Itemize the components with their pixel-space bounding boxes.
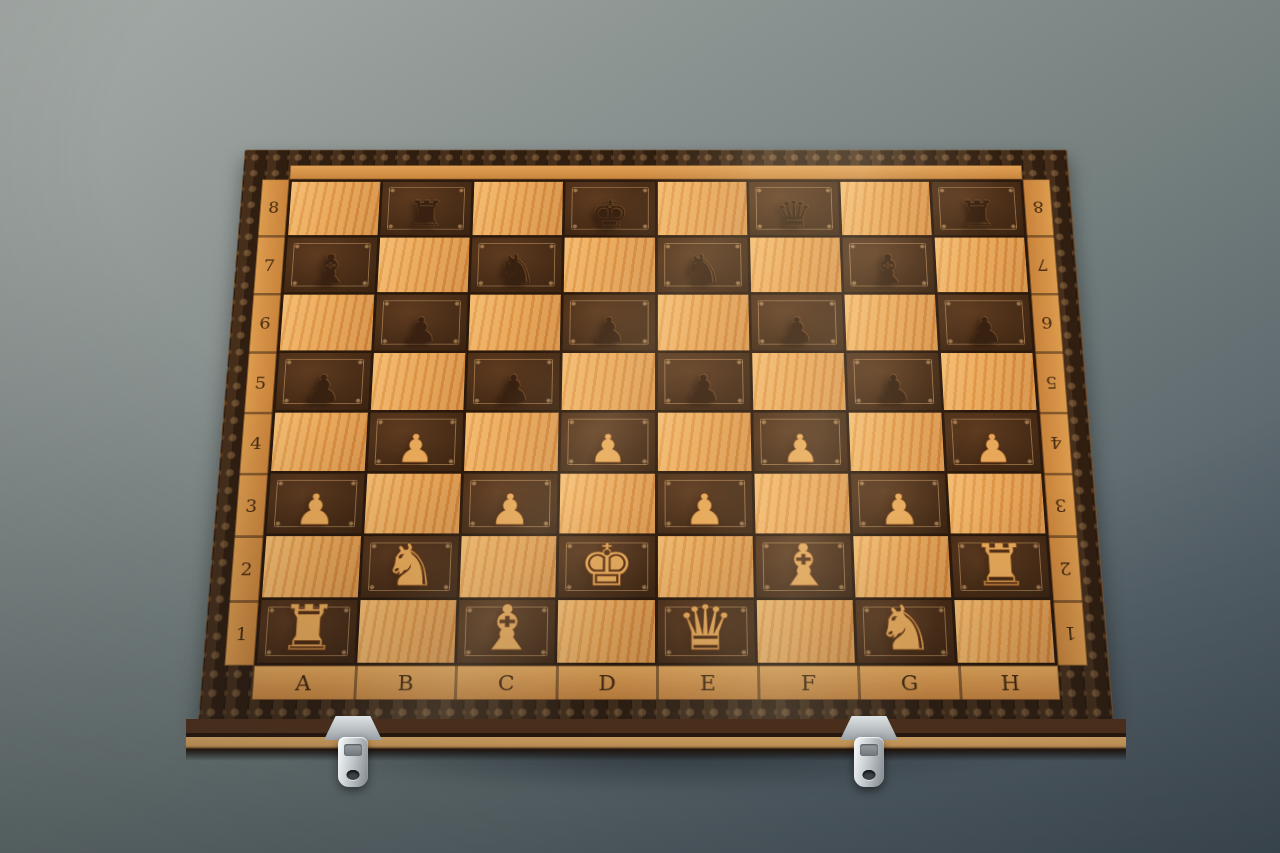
clasp-latch-tongue [338,737,368,787]
square-g5[interactable]: ♟ [846,353,941,410]
square-h2[interactable]: ♜ [951,536,1050,597]
square-e2[interactable] [657,536,753,597]
square-g3[interactable]: ♟ [851,474,948,534]
piece-black-pawn-d6[interactable]: ♟ [592,314,627,348]
square-e5[interactable]: ♟ [657,353,750,410]
square-b7[interactable] [377,238,470,293]
square-h1[interactable] [954,600,1054,663]
square-h7[interactable] [934,238,1028,293]
square-e6[interactable] [657,295,749,351]
rank-label-left-1: 1 [224,600,258,666]
piece-black-pawn-e5[interactable]: ♟ [685,371,722,408]
piece-white-pawn-e3[interactable]: ♟ [684,488,726,531]
square-e4[interactable] [657,413,751,471]
square-b3[interactable] [364,474,461,534]
square-h8[interactable]: ♜ [931,182,1023,235]
square-c5[interactable]: ♟ [466,353,560,410]
square-d4[interactable]: ♟ [561,413,655,471]
square-g4[interactable] [848,413,944,471]
piece-white-rook-h2[interactable]: ♜ [970,536,1029,594]
square-h5[interactable] [941,353,1037,410]
clasp-latch-tongue [854,737,884,787]
square-b2[interactable]: ♞ [361,536,459,597]
piece-white-pawn-f4[interactable]: ♟ [781,429,820,468]
square-f8[interactable]: ♛ [749,182,840,235]
chess-board: 87654321 ♜♚♛♜♝♞♞♝♟♟♟♟♟♟♟♟♟♟♟♟♟♟♟♟♞♚♝♜♜♝♛… [198,150,1114,722]
piece-white-pawn-a3[interactable]: ♟ [293,488,337,531]
piece-black-pawn-g5[interactable]: ♟ [875,371,913,408]
rank-label-left-3: 3 [235,473,269,536]
rank-label-right-glyph: 8 [1032,199,1044,217]
square-a6[interactable] [280,295,375,351]
square-d6[interactable]: ♟ [563,295,655,351]
piece-white-knight-b2[interactable]: ♞ [381,536,439,594]
square-h6[interactable]: ♟ [938,295,1033,351]
photo-stage: 87654321 ♜♚♛♜♝♞♞♝♟♟♟♟♟♟♟♟♟♟♟♟♟♟♟♟♞♚♝♜♜♝♛… [0,0,1280,853]
file-label-d: D [555,666,656,700]
square-h4[interactable]: ♟ [944,413,1041,471]
piece-white-rook-a1[interactable]: ♜ [276,597,339,660]
file-label-f: F [756,666,858,700]
rank-label-right-glyph: 5 [1045,373,1058,392]
file-label-c: C [454,666,556,700]
square-c7[interactable]: ♞ [471,238,563,293]
rank-label-right-glyph: 3 [1054,495,1067,515]
rank-label-right-glyph: 7 [1036,256,1048,274]
square-g6[interactable] [844,295,938,351]
piece-white-pawn-g3[interactable]: ♟ [878,488,921,531]
square-f2[interactable]: ♝ [755,536,852,597]
square-c3[interactable]: ♟ [462,474,558,534]
rank-label-left-4: 4 [239,411,272,472]
square-c8[interactable] [473,182,564,235]
rank-label-right-6: 6 [1031,293,1063,352]
board-squares: ♜♚♛♜♝♞♞♝♟♟♟♟♟♟♟♟♟♟♟♟♟♟♟♟♞♚♝♜♜♝♛♞ [254,179,1058,665]
rank-label-right-glyph: 6 [1041,314,1054,332]
piece-black-king-d8[interactable]: ♚ [591,196,629,233]
rank-label-left-5: 5 [244,351,277,411]
piece-black-knight-e7[interactable]: ♞ [682,250,723,290]
piece-black-rook-h8[interactable]: ♜ [958,196,998,233]
square-a4[interactable] [271,413,368,471]
rank-label-right-2: 2 [1048,535,1082,599]
square-f7[interactable] [750,238,842,293]
rank-label-right-7: 7 [1027,235,1059,292]
square-f4[interactable]: ♟ [753,413,848,471]
piece-white-pawn-c3[interactable]: ♟ [489,488,532,531]
rank-label-right-glyph: 1 [1064,624,1077,645]
piece-black-rook-b8[interactable]: ♜ [406,196,445,233]
piece-white-bishop-f2[interactable]: ♝ [775,536,832,594]
file-label-a: A [252,666,355,700]
rank-label-right-3: 3 [1044,473,1078,536]
rank-label-right-5: 5 [1035,351,1068,411]
square-a1[interactable]: ♜ [257,600,357,663]
square-g1[interactable]: ♞ [855,600,954,663]
file-labels: ABCDEFGH [252,666,1061,700]
piece-black-pawn-f6[interactable]: ♟ [780,314,815,348]
square-d8[interactable]: ♚ [565,182,655,235]
board-frame: 87654321 ♜♚♛♜♝♞♞♝♟♟♟♟♟♟♟♟♟♟♟♟♟♟♟♟♞♚♝♜♜♝♛… [198,150,1114,722]
file-label-g: G [857,666,959,700]
square-b1[interactable] [357,600,456,663]
rank-label-right-glyph: 4 [1050,434,1063,453]
piece-black-bishop-a7[interactable]: ♝ [309,250,352,290]
square-d2[interactable]: ♚ [559,536,655,597]
square-c1[interactable]: ♝ [457,600,555,663]
square-h3[interactable] [947,474,1045,534]
piece-black-pawn-c5[interactable]: ♟ [495,371,532,408]
square-c4[interactable] [464,413,559,471]
square-a7[interactable]: ♝ [284,238,378,293]
square-b8[interactable]: ♜ [380,182,472,235]
clasp-right[interactable] [840,716,898,787]
square-g2[interactable] [853,536,951,597]
square-g7[interactable]: ♝ [842,238,935,293]
piece-black-bishop-g7[interactable]: ♝ [867,250,909,290]
square-b6[interactable]: ♟ [374,295,468,351]
piece-white-knight-g1[interactable]: ♞ [874,597,936,660]
rank-label-right-glyph: 2 [1059,559,1072,579]
rank-label-left-7: 7 [253,235,285,292]
piece-white-bishop-c1[interactable]: ♝ [476,597,537,660]
square-d5[interactable] [562,353,655,410]
square-e8[interactable] [657,182,747,235]
square-f6[interactable]: ♟ [751,295,844,351]
piece-white-queen-e1[interactable]: ♛ [676,597,736,660]
file-label-h: H [957,666,1060,700]
square-f3[interactable] [754,474,850,534]
square-d1[interactable] [557,600,654,663]
rank-label-right-1: 1 [1053,600,1087,666]
square-f5[interactable] [752,353,846,410]
top-border-strip [289,165,1022,179]
piece-black-pawn-h6[interactable]: ♟ [967,314,1003,348]
square-a8[interactable] [288,182,380,235]
piece-black-queen-f8[interactable]: ♛ [775,196,814,233]
rank-label-left-8: 8 [258,179,289,235]
piece-white-pawn-h4[interactable]: ♟ [972,429,1013,468]
file-label-e: E [656,666,757,700]
clasp-left[interactable] [324,716,382,787]
square-d3[interactable] [560,474,655,534]
square-d7[interactable] [564,238,655,293]
square-a3[interactable]: ♟ [267,474,365,534]
piece-white-king-d2[interactable]: ♚ [579,536,635,594]
square-c2[interactable] [460,536,557,597]
square-a2[interactable] [262,536,361,597]
square-b4[interactable]: ♟ [368,413,464,471]
square-e7[interactable]: ♞ [657,238,748,293]
rank-label-left-6: 6 [249,293,281,352]
file-label-b: B [353,666,455,700]
piece-black-pawn-b6[interactable]: ♟ [403,314,439,348]
rank-label-left-2: 2 [230,535,264,599]
piece-black-knight-c7[interactable]: ♞ [496,250,537,290]
square-f1[interactable] [756,600,854,663]
square-b5[interactable] [371,353,466,410]
rank-label-right-8: 8 [1023,179,1054,235]
piece-black-pawn-a5[interactable]: ♟ [304,371,343,408]
square-a5[interactable]: ♟ [275,353,371,410]
square-g8[interactable] [840,182,932,235]
piece-white-pawn-d4[interactable]: ♟ [588,429,627,468]
rank-label-right-4: 4 [1039,411,1072,472]
square-e3[interactable]: ♟ [657,474,752,534]
piece-white-pawn-b4[interactable]: ♟ [395,429,435,468]
square-e1[interactable]: ♛ [657,600,754,663]
square-c6[interactable] [469,295,562,351]
